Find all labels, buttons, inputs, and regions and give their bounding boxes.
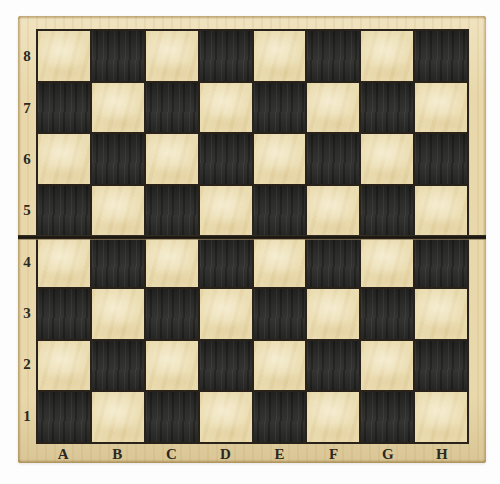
- square-g2[interactable]: [361, 341, 413, 391]
- rank-label-5: 5: [18, 185, 36, 236]
- rank-label-4: 4: [18, 237, 36, 288]
- square-h8[interactable]: [415, 31, 467, 81]
- file-label-b: B: [90, 445, 144, 463]
- file-label-g: G: [361, 445, 415, 463]
- file-label-e: E: [253, 445, 307, 463]
- square-b4[interactable]: [92, 238, 144, 288]
- square-g4[interactable]: [361, 238, 413, 288]
- square-e7[interactable]: [254, 83, 306, 133]
- square-f8[interactable]: [307, 31, 359, 81]
- square-f5[interactable]: [307, 186, 359, 236]
- square-h2[interactable]: [415, 341, 467, 391]
- square-f6[interactable]: [307, 134, 359, 184]
- square-f1[interactable]: [307, 392, 359, 442]
- square-g8[interactable]: [361, 31, 413, 81]
- square-c5[interactable]: [146, 186, 198, 236]
- square-e4[interactable]: [254, 238, 306, 288]
- square-h6[interactable]: [415, 134, 467, 184]
- square-c7[interactable]: [146, 83, 198, 133]
- square-g1[interactable]: [361, 392, 413, 442]
- square-a1[interactable]: [38, 392, 90, 442]
- square-d5[interactable]: [200, 186, 252, 236]
- file-label-a: A: [36, 445, 90, 463]
- file-labels: ABCDEFGH: [36, 445, 469, 463]
- square-c6[interactable]: [146, 134, 198, 184]
- square-h5[interactable]: [415, 186, 467, 236]
- square-h7[interactable]: [415, 83, 467, 133]
- square-b3[interactable]: [92, 289, 144, 339]
- square-h3[interactable]: [415, 289, 467, 339]
- rank-label-1: 1: [18, 391, 36, 442]
- square-c2[interactable]: [146, 341, 198, 391]
- square-a8[interactable]: [38, 31, 90, 81]
- square-e2[interactable]: [254, 341, 306, 391]
- file-label-f: F: [307, 445, 361, 463]
- file-label-d: D: [198, 445, 252, 463]
- square-d1[interactable]: [200, 392, 252, 442]
- square-b5[interactable]: [92, 186, 144, 236]
- square-c4[interactable]: [146, 238, 198, 288]
- square-e6[interactable]: [254, 134, 306, 184]
- square-g6[interactable]: [361, 134, 413, 184]
- square-a3[interactable]: [38, 289, 90, 339]
- square-h1[interactable]: [415, 392, 467, 442]
- rank-label-3: 3: [18, 288, 36, 339]
- square-a6[interactable]: [38, 134, 90, 184]
- square-d7[interactable]: [200, 83, 252, 133]
- square-c1[interactable]: [146, 392, 198, 442]
- square-a7[interactable]: [38, 83, 90, 133]
- file-label-c: C: [144, 445, 198, 463]
- rank-label-8: 8: [18, 31, 36, 82]
- fold-seam: [18, 235, 486, 240]
- rank-label-2: 2: [18, 339, 36, 390]
- square-b6[interactable]: [92, 134, 144, 184]
- square-d3[interactable]: [200, 289, 252, 339]
- square-a4[interactable]: [38, 238, 90, 288]
- square-f2[interactable]: [307, 341, 359, 391]
- square-e3[interactable]: [254, 289, 306, 339]
- rank-label-7: 7: [18, 82, 36, 133]
- square-c8[interactable]: [146, 31, 198, 81]
- rank-label-6: 6: [18, 134, 36, 185]
- square-b2[interactable]: [92, 341, 144, 391]
- square-e8[interactable]: [254, 31, 306, 81]
- square-f4[interactable]: [307, 238, 359, 288]
- square-g7[interactable]: [361, 83, 413, 133]
- square-g5[interactable]: [361, 186, 413, 236]
- square-b8[interactable]: [92, 31, 144, 81]
- square-f3[interactable]: [307, 289, 359, 339]
- square-b7[interactable]: [92, 83, 144, 133]
- square-c3[interactable]: [146, 289, 198, 339]
- square-g3[interactable]: [361, 289, 413, 339]
- square-a2[interactable]: [38, 341, 90, 391]
- square-d4[interactable]: [200, 238, 252, 288]
- square-b1[interactable]: [92, 392, 144, 442]
- file-label-h: H: [415, 445, 469, 463]
- square-d6[interactable]: [200, 134, 252, 184]
- square-h4[interactable]: [415, 238, 467, 288]
- square-e1[interactable]: [254, 392, 306, 442]
- square-e5[interactable]: [254, 186, 306, 236]
- square-d2[interactable]: [200, 341, 252, 391]
- square-d8[interactable]: [200, 31, 252, 81]
- chessboard: 87654321 ABCDEFGH: [18, 16, 486, 463]
- square-f7[interactable]: [307, 83, 359, 133]
- square-a5[interactable]: [38, 186, 90, 236]
